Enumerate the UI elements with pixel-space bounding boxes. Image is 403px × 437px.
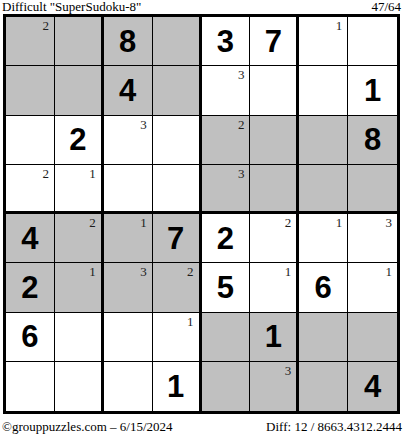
cell-r6c6[interactable]: 1 [250, 263, 299, 312]
cell-r1c2[interactable] [55, 17, 104, 66]
cell-r2c1[interactable] [6, 66, 55, 115]
cell-r4c4[interactable] [153, 165, 202, 214]
cell-r7c5[interactable] [202, 313, 251, 362]
cell-r7c4[interactable]: 1 [153, 313, 202, 362]
page-footer: ©grouppuzzles.com – 6/15/2024 Diff: 12 /… [2, 420, 402, 434]
cell-r7c8[interactable] [348, 313, 397, 362]
pencil-mark: 3 [238, 167, 245, 180]
cell-r4c3[interactable] [104, 165, 153, 214]
cell-r7c6[interactable]: 1 [250, 313, 299, 362]
cell-r5c3[interactable]: 1 [104, 214, 153, 263]
cell-r5c5[interactable]: 2 [202, 214, 251, 263]
pencil-mark: 2 [285, 216, 292, 229]
cell-value: 4 [119, 75, 136, 106]
cell-r3c5[interactable]: 2 [202, 116, 251, 165]
cell-value: 6 [21, 321, 38, 352]
cell-r8c1[interactable] [6, 362, 55, 411]
cell-r7c2[interactable] [55, 313, 104, 362]
cell-r6c5[interactable]: 5 [202, 263, 251, 312]
cell-r1c4[interactable] [153, 17, 202, 66]
cell-value: 5 [217, 272, 234, 303]
pencil-mark: 2 [89, 216, 96, 229]
cell-r3c7[interactable] [299, 116, 348, 165]
pencil-mark: 3 [238, 68, 245, 81]
cell-r1c1[interactable]: 2 [6, 17, 55, 66]
cell-r4c6[interactable] [250, 165, 299, 214]
cell-r5c6[interactable]: 2 [250, 214, 299, 263]
cell-r8c5[interactable] [202, 362, 251, 411]
cell-r3c1[interactable] [6, 116, 55, 165]
sudoku-board: 2837143123282134217221321325161611134 [3, 14, 400, 414]
pencil-mark: 3 [140, 118, 147, 131]
pencil-mark: 1 [285, 265, 292, 278]
cell-r6c8[interactable]: 1 [348, 263, 397, 312]
cell-r2c4[interactable] [153, 66, 202, 115]
cell-r8c3[interactable] [104, 362, 153, 411]
cell-value: 2 [69, 124, 86, 155]
cell-r3c2[interactable]: 2 [55, 116, 104, 165]
cell-r4c7[interactable] [299, 165, 348, 214]
pencil-mark: 3 [386, 216, 393, 229]
cell-value: 1 [265, 321, 282, 352]
cell-r8c4[interactable]: 1 [153, 362, 202, 411]
pencil-mark: 1 [187, 315, 194, 328]
cell-r8c7[interactable] [299, 362, 348, 411]
cell-r4c8[interactable] [348, 165, 397, 214]
cell-r8c2[interactable] [55, 362, 104, 411]
cell-r6c2[interactable]: 1 [55, 263, 104, 312]
cell-r2c6[interactable] [250, 66, 299, 115]
cell-r7c7[interactable] [299, 313, 348, 362]
cell-r2c8[interactable]: 1 [348, 66, 397, 115]
pencil-mark: 1 [89, 167, 96, 180]
pencil-mark: 1 [89, 265, 96, 278]
pencil-mark: 3 [140, 265, 147, 278]
cell-r3c8[interactable]: 8 [348, 116, 397, 165]
difficulty-text: Diff: 12 / 8663.4312.2444 [266, 420, 402, 434]
pencil-mark: 1 [336, 216, 343, 229]
cell-value: 6 [315, 272, 332, 303]
cell-r4c5[interactable]: 3 [202, 165, 251, 214]
puzzle-page: Difficult "SuperSudoku-8" 47/64 28371431… [0, 0, 403, 437]
cell-r1c8[interactable] [348, 17, 397, 66]
cell-r3c4[interactable] [153, 116, 202, 165]
pencil-mark: 2 [238, 118, 245, 131]
pencil-mark: 2 [42, 19, 49, 32]
cell-r1c3[interactable]: 8 [104, 17, 153, 66]
cell-r6c7[interactable]: 6 [299, 263, 348, 312]
puzzle-title: Difficult "SuperSudoku-8" [2, 0, 141, 13]
cell-r7c3[interactable] [104, 313, 153, 362]
cell-r2c5[interactable]: 3 [202, 66, 251, 115]
cell-r7c1[interactable]: 6 [6, 313, 55, 362]
cell-r1c6[interactable]: 7 [250, 17, 299, 66]
cell-r8c8[interactable]: 4 [348, 362, 397, 411]
cell-r6c4[interactable]: 2 [153, 263, 202, 312]
cell-r2c2[interactable] [55, 66, 104, 115]
cell-value: 1 [167, 371, 184, 402]
cell-r3c6[interactable] [250, 116, 299, 165]
cell-value: 1 [364, 75, 381, 106]
cell-value: 7 [265, 26, 282, 57]
cell-r5c7[interactable]: 1 [299, 214, 348, 263]
cell-r6c3[interactable]: 3 [104, 263, 153, 312]
cell-r5c2[interactable]: 2 [55, 214, 104, 263]
cell-r2c3[interactable]: 4 [104, 66, 153, 115]
cell-value: 8 [364, 124, 381, 155]
cell-r5c1[interactable]: 4 [6, 214, 55, 263]
cell-r6c1[interactable]: 2 [6, 263, 55, 312]
cell-value: 2 [21, 272, 38, 303]
pencil-mark: 3 [285, 364, 292, 377]
cell-value: 7 [167, 223, 184, 254]
cell-r4c1[interactable]: 2 [6, 165, 55, 214]
pencil-mark: 1 [386, 265, 393, 278]
cell-r1c7[interactable]: 1 [299, 17, 348, 66]
cell-r5c8[interactable]: 3 [348, 214, 397, 263]
pencil-mark: 1 [140, 216, 147, 229]
cell-value: 3 [217, 26, 234, 57]
cell-r8c6[interactable]: 3 [250, 362, 299, 411]
cell-r4c2[interactable]: 1 [55, 165, 104, 214]
cell-value: 4 [364, 371, 381, 402]
cell-r5c4[interactable]: 7 [153, 214, 202, 263]
cell-value: 4 [21, 223, 38, 254]
progress-counter: 47/64 [371, 0, 401, 13]
cell-r1c5[interactable]: 3 [202, 17, 251, 66]
pencil-mark: 1 [336, 19, 343, 32]
cell-r2c7[interactable] [299, 66, 348, 115]
page-header: Difficult "SuperSudoku-8" 47/64 [2, 0, 401, 14]
pencil-mark: 2 [42, 167, 49, 180]
cell-r3c3[interactable]: 3 [104, 116, 153, 165]
cell-value: 8 [119, 26, 136, 57]
cell-value: 2 [217, 223, 234, 254]
pencil-mark: 2 [187, 265, 194, 278]
copyright-text: ©grouppuzzles.com – 6/15/2024 [2, 420, 173, 434]
